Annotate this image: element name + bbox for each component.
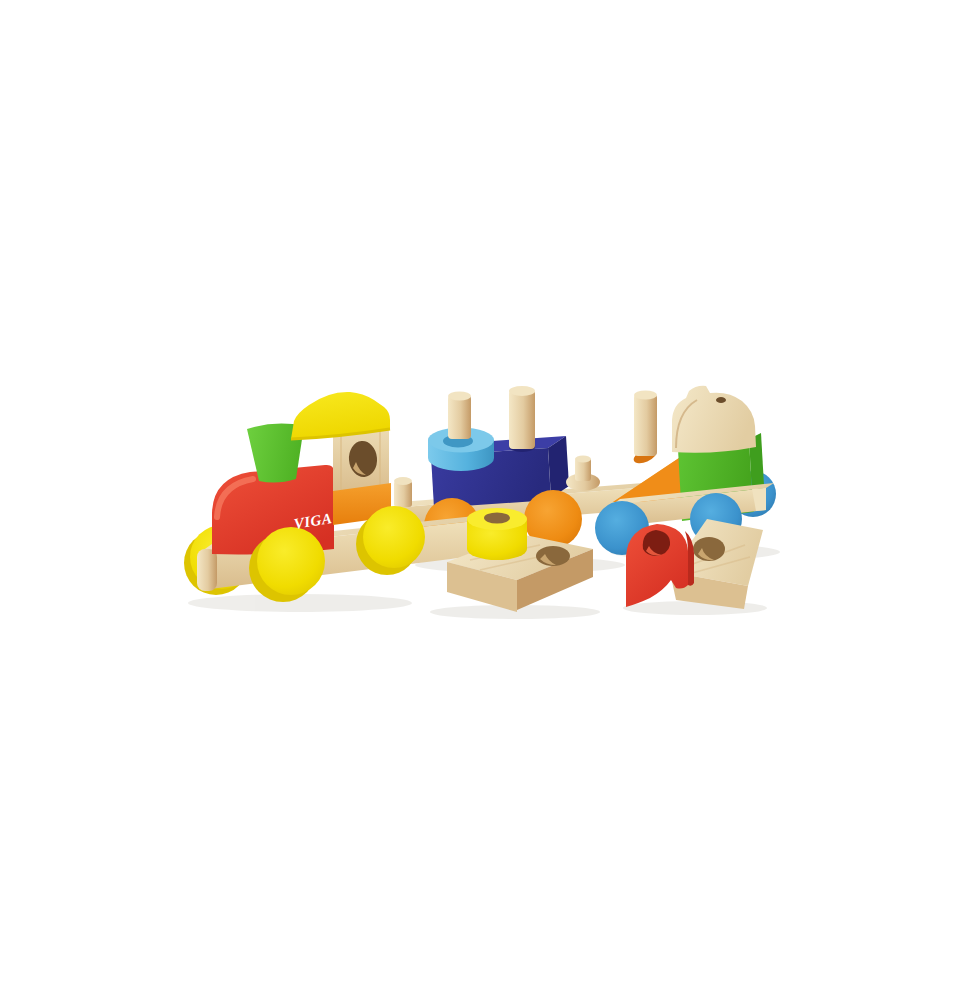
toy-train-illustration: VIGA xyxy=(0,0,973,1000)
wood-peg-1-top xyxy=(448,392,471,401)
red-arch-hole xyxy=(643,530,670,556)
loco-mid-wheel xyxy=(257,527,325,595)
wedge-hole xyxy=(693,537,725,561)
wood-peg-2 xyxy=(509,390,535,449)
arch-block-hole xyxy=(716,397,726,403)
loco-rear-wheel xyxy=(363,506,425,568)
rear-car-wood-peg-top xyxy=(634,391,657,400)
rear-car-wood-peg xyxy=(634,394,657,456)
product-photo: VIGA xyxy=(0,0,973,1000)
base-block-hole xyxy=(536,546,570,566)
wood-peg-1 xyxy=(448,395,471,439)
wood-peg-2-top xyxy=(509,386,535,396)
coupling-peg-right-top xyxy=(575,456,591,463)
loco-front-bumper xyxy=(197,549,217,591)
coupling-peg-left-top xyxy=(394,477,412,485)
shadow-arch-blocks xyxy=(623,601,767,615)
yellow-ring-hole xyxy=(484,513,510,524)
